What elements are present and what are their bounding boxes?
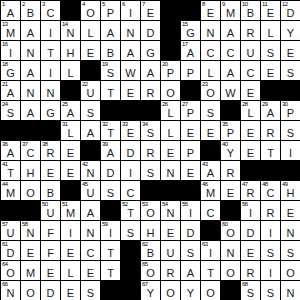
cell-r6c13[interactable]: 28L — [241, 101, 261, 121]
cell-r11c13[interactable]: 56I — [241, 201, 261, 221]
cell-r3c3[interactable]: T — [41, 41, 61, 61]
cell-r3c2[interactable]: N — [21, 41, 41, 61]
cell-letter: S — [287, 127, 294, 139]
cell-r14c3[interactable]: E — [41, 261, 61, 281]
cell-r13c10[interactable]: S — [181, 241, 201, 261]
cell-letter: R — [47, 147, 55, 159]
cell-letter: D — [107, 167, 115, 179]
black-cell-r1c10 — [181, 1, 201, 21]
cell-letter: B — [47, 187, 54, 199]
clue-number: 63 — [202, 241, 208, 248]
cell-r13c6[interactable]: T — [101, 241, 121, 261]
cell-r3c12[interactable]: C — [221, 41, 241, 61]
clue-number: 12 — [282, 1, 288, 8]
cell-letter: S — [287, 247, 294, 259]
cell-letter: C — [207, 47, 215, 59]
cell-r2c2[interactable]: A — [21, 21, 41, 41]
cell-r4c9[interactable]: 20P — [161, 61, 181, 81]
cell-r15c5[interactable]: S — [81, 281, 101, 300]
cell-letter: S — [7, 107, 14, 119]
black-cell-r10c9 — [161, 181, 181, 201]
cell-r5c8[interactable]: R — [141, 81, 161, 101]
cell-r11c15[interactable]: E — [281, 201, 300, 221]
cell-letter: P — [227, 127, 234, 139]
cell-r7c15[interactable]: S — [281, 121, 300, 141]
cell-letter: H — [67, 47, 75, 59]
clue-number: 27 — [182, 101, 188, 108]
cell-r5c7[interactable]: E — [121, 81, 141, 101]
cell-r15c13[interactable]: 68S — [241, 281, 261, 300]
clue-number: 8 — [202, 1, 205, 8]
cell-r15c10[interactable]: Y — [181, 281, 201, 300]
cell-letter: E — [247, 127, 254, 139]
cell-r1c6[interactable]: 5P — [101, 1, 121, 21]
cell-r13c9[interactable]: U — [161, 241, 181, 261]
clue-number: 32 — [102, 121, 108, 128]
cell-r9c9[interactable]: N — [161, 161, 181, 181]
cell-r7c8[interactable]: 34S — [141, 121, 161, 141]
black-cell-r11c6 — [101, 201, 121, 221]
cell-letter: E — [27, 247, 34, 259]
black-cell-r9c13 — [241, 161, 261, 181]
cell-r9c7[interactable]: I — [121, 161, 141, 181]
black-cell-r8c5 — [81, 141, 101, 161]
cell-r13c1[interactable]: 61D — [1, 241, 21, 261]
cell-letter: T — [107, 87, 114, 99]
cell-r4c8[interactable]: A — [141, 61, 161, 81]
cell-r15c15[interactable]: N — [281, 281, 300, 300]
cell-letter: D — [187, 227, 195, 239]
cell-letter: E — [87, 47, 94, 59]
cell-r6c14[interactable]: 29A — [261, 101, 281, 121]
clue-number: 13 — [2, 21, 8, 28]
cell-r3c4[interactable]: H — [61, 41, 81, 61]
cell-r3c13[interactable]: U — [241, 41, 261, 61]
cell-r11c11[interactable]: C — [201, 201, 221, 221]
black-cell-r15c12 — [221, 281, 241, 300]
cell-r11c10[interactable]: 55I — [181, 201, 201, 221]
cell-r8c15[interactable]: I — [281, 141, 300, 161]
cell-letter: E — [207, 127, 214, 139]
cell-r7c6[interactable]: 32T — [101, 121, 121, 141]
cell-letter: A — [87, 127, 94, 139]
cell-r2c14[interactable]: L — [261, 21, 281, 41]
cell-r5c6[interactable]: T — [101, 81, 121, 101]
cell-r2c3[interactable]: I — [41, 21, 61, 41]
cell-r1c13[interactable]: 10B — [241, 1, 261, 21]
cell-letter: U — [87, 187, 95, 199]
cell-r15c9[interactable]: O — [161, 281, 181, 300]
cell-r7c7[interactable]: 33E — [121, 121, 141, 141]
cell-r1c12[interactable]: 9M — [221, 1, 241, 21]
cell-letter: B — [147, 247, 154, 259]
cell-r14c15[interactable]: O — [281, 261, 300, 281]
cell-r2c4[interactable]: 14N — [61, 21, 81, 41]
clue-number: 2 — [22, 1, 25, 8]
cell-r13c15[interactable]: S — [281, 241, 300, 261]
cell-r8c14[interactable]: T — [261, 141, 281, 161]
cell-r2c7[interactable]: N — [121, 21, 141, 41]
cell-r8c8[interactable]: R — [141, 141, 161, 161]
cell-r10c15[interactable]: 49H — [281, 181, 300, 201]
clue-number: 54 — [162, 201, 168, 208]
cell-r12c9[interactable]: E — [161, 221, 181, 241]
black-cell-r12c11 — [201, 221, 221, 241]
cell-r13c2[interactable]: E — [21, 241, 41, 261]
cell-r8c6[interactable]: 39A — [101, 141, 121, 161]
cell-r3c10[interactable]: 17A — [181, 41, 201, 61]
cell-r11c4[interactable]: 51M — [61, 201, 81, 221]
cell-r3c7[interactable]: A — [121, 41, 141, 61]
cell-letter: R — [227, 167, 235, 179]
cell-r14c8[interactable]: 65O — [141, 261, 161, 281]
cell-r7c12[interactable]: 35P — [221, 121, 241, 141]
cell-r5c12[interactable]: W — [221, 81, 241, 101]
cell-letter: I — [109, 227, 112, 239]
black-cell-r7c3 — [41, 121, 61, 141]
cell-r8c2[interactable]: 37C — [21, 141, 41, 161]
black-cell-r9c15 — [281, 161, 300, 181]
cell-r5c1[interactable]: 21A — [1, 81, 21, 101]
cell-letter: Y — [227, 147, 234, 159]
cell-r10c3[interactable]: B — [41, 181, 61, 201]
cell-letter: L — [207, 67, 213, 79]
cell-r15c2[interactable]: O — [21, 281, 41, 300]
cell-r12c2[interactable]: 58N — [21, 221, 41, 241]
cell-r12c4[interactable]: I — [61, 221, 81, 241]
clue-number: 20 — [162, 61, 168, 68]
clue-number: 52 — [122, 201, 128, 208]
cell-r4c3[interactable]: I — [41, 61, 61, 81]
cell-r11c8[interactable]: 53O — [141, 201, 161, 221]
cell-r4c1[interactable]: 18G — [1, 61, 21, 81]
clue-number: 31 — [62, 121, 68, 128]
cell-r15c3[interactable]: D — [41, 281, 61, 300]
cell-letter: E — [247, 147, 254, 159]
clue-number: 24 — [2, 101, 8, 108]
cell-r4c2[interactable]: A — [21, 61, 41, 81]
clue-number: 62 — [142, 241, 148, 248]
cell-r11c7[interactable]: 52T — [121, 201, 141, 221]
cell-letter: P — [167, 67, 174, 79]
clue-number: 44 — [2, 181, 8, 188]
cell-r1c3[interactable]: 3C — [41, 1, 61, 21]
cell-r5c3[interactable]: N — [41, 81, 61, 101]
black-cell-r2c9 — [161, 21, 181, 41]
cell-r9c2[interactable]: H — [21, 161, 41, 181]
cell-r5c9[interactable]: O — [161, 81, 181, 101]
cell-r6c1[interactable]: 24S — [1, 101, 21, 121]
black-cell-r6c12 — [221, 101, 241, 121]
cell-r5c5[interactable]: 22U — [81, 81, 101, 101]
cell-r7c13[interactable]: E — [241, 121, 261, 141]
black-cell-r5c10 — [181, 81, 201, 101]
clue-number: 4 — [82, 1, 85, 8]
cell-letter: E — [127, 87, 134, 99]
cell-r4c4[interactable]: L — [61, 61, 81, 81]
cell-r14c14[interactable]: I — [261, 261, 281, 281]
cell-letter: L — [267, 27, 273, 39]
cell-letter: E — [87, 267, 94, 279]
cell-r14c1[interactable]: 64O — [1, 261, 21, 281]
cell-r8c4[interactable]: E — [61, 141, 81, 161]
clue-number: 50 — [42, 201, 48, 208]
cell-r10c2[interactable]: O — [21, 181, 41, 201]
cell-letter: G — [6, 67, 15, 79]
cell-r2c12[interactable]: A — [221, 21, 241, 41]
cell-r12c12[interactable]: 60O — [221, 221, 241, 241]
cell-letter: C — [27, 147, 35, 159]
cell-r11c14[interactable]: R — [261, 201, 281, 221]
cell-r10c13[interactable]: 47R — [241, 181, 261, 201]
cell-r9c10[interactable]: E — [181, 161, 201, 181]
cell-r15c4[interactable]: E — [61, 281, 81, 300]
cell-r8c9[interactable]: E — [161, 141, 181, 161]
cell-r13c11[interactable]: 63I — [201, 241, 221, 261]
black-cell-r1c4 — [61, 1, 81, 21]
cell-r10c12[interactable]: E — [221, 181, 241, 201]
cell-letter: O — [286, 267, 295, 279]
cell-r7c5[interactable]: A — [81, 121, 101, 141]
clue-number: 9 — [222, 1, 225, 8]
cell-r11c9[interactable]: 54N — [161, 201, 181, 221]
clue-number: 25 — [62, 101, 68, 108]
cell-r1c2[interactable]: 2B — [21, 1, 41, 21]
cell-r14c4[interactable]: L — [61, 261, 81, 281]
black-cell-r11c1 — [1, 201, 21, 221]
cell-letter: E — [67, 247, 74, 259]
black-cell-r14c7 — [121, 261, 141, 281]
cell-r7c4[interactable]: 31L — [61, 121, 81, 141]
cell-r5c2[interactable]: N — [21, 81, 41, 101]
clue-number: 46 — [202, 181, 208, 188]
cell-r3c14[interactable]: S — [261, 41, 281, 61]
cell-r13c13[interactable]: E — [241, 241, 261, 261]
cell-r12c7[interactable]: S — [121, 221, 141, 241]
cell-letter: L — [167, 127, 173, 139]
cell-letter: H — [287, 187, 295, 199]
cell-r12c8[interactable]: H — [141, 221, 161, 241]
cell-r4c14[interactable]: E — [261, 61, 281, 81]
cell-r2c6[interactable]: A — [101, 21, 121, 41]
cell-r3c8[interactable]: G — [141, 41, 161, 61]
cell-letter: R — [147, 147, 155, 159]
cell-r4c10[interactable]: P — [181, 61, 201, 81]
cell-r9c12[interactable]: R — [221, 161, 241, 181]
cell-letter: U — [87, 87, 95, 99]
cell-r15c8[interactable]: 67Y — [141, 281, 161, 300]
cell-r1c14[interactable]: 11E — [261, 1, 281, 21]
cell-letter: C — [227, 47, 235, 59]
clue-number: 53 — [142, 201, 148, 208]
cell-r3c15[interactable]: E — [281, 41, 300, 61]
cell-r2c8[interactable]: D — [141, 21, 161, 41]
cell-r13c5[interactable]: C — [81, 241, 101, 261]
cell-r12c10[interactable]: D — [181, 221, 201, 241]
cell-r1c1[interactable]: 1A — [1, 1, 21, 21]
black-cell-r13c7 — [121, 241, 141, 261]
cell-r8c10[interactable]: P — [181, 141, 201, 161]
cell-letter: M — [226, 7, 235, 19]
cell-letter: R — [267, 207, 275, 219]
cell-r9c1[interactable]: 41T — [1, 161, 21, 181]
cell-r4c12[interactable]: A — [221, 61, 241, 81]
cell-r3c11[interactable]: C — [201, 41, 221, 61]
cell-r6c11[interactable]: S — [201, 101, 221, 121]
cell-letter: R — [267, 127, 275, 139]
cell-r1c15[interactable]: 12D — [281, 1, 300, 21]
cell-r8c3[interactable]: 38R — [41, 141, 61, 161]
cell-r12c3[interactable]: F — [41, 221, 61, 241]
cell-r15c11[interactable]: O — [201, 281, 221, 300]
cell-r6c9[interactable]: 26L — [161, 101, 181, 121]
cell-r2c15[interactable]: Y — [281, 21, 300, 41]
cell-letter: B — [107, 47, 114, 59]
cell-r9c8[interactable]: S — [141, 161, 161, 181]
clue-number: 45 — [82, 181, 88, 188]
cell-r12c13[interactable]: D — [241, 221, 261, 241]
cell-letter: O — [146, 267, 155, 279]
cell-r3c5[interactable]: E — [81, 41, 101, 61]
cell-r9c5[interactable]: 42N — [81, 161, 101, 181]
cell-r10c1[interactable]: 44M — [1, 181, 21, 201]
clue-number: 65 — [142, 261, 148, 268]
cell-r1c11[interactable]: 8E — [201, 1, 221, 21]
cell-letter: A — [207, 167, 214, 179]
cell-r3c1[interactable]: 16I — [1, 41, 21, 61]
cell-r12c5[interactable]: N — [81, 221, 101, 241]
cell-r6c15[interactable]: 30P — [281, 101, 300, 121]
cell-letter: E — [67, 287, 74, 299]
cell-r5c11[interactable]: 23O — [201, 81, 221, 101]
cell-letter: I — [49, 27, 52, 39]
cell-r10c11[interactable]: 46M — [201, 181, 221, 201]
cell-r10c6[interactable]: S — [101, 181, 121, 201]
cell-r4c15[interactable]: S — [281, 61, 300, 81]
cell-r2c1[interactable]: 13M — [1, 21, 21, 41]
cell-letter: O — [206, 87, 215, 99]
cell-r14c9[interactable]: R — [161, 261, 181, 281]
cell-r3c6[interactable]: B — [101, 41, 121, 61]
cell-r8c13[interactable]: E — [241, 141, 261, 161]
cell-letter: O — [206, 287, 215, 299]
cell-r9c4[interactable]: E — [61, 161, 81, 181]
cell-r14c6[interactable]: T — [101, 261, 121, 281]
cell-r13c14[interactable]: S — [261, 241, 281, 261]
cell-r11c3[interactable]: 50U — [41, 201, 61, 221]
cell-r6c3[interactable]: G — [41, 101, 61, 121]
cell-r8c7[interactable]: D — [121, 141, 141, 161]
cell-r2c13[interactable]: R — [241, 21, 261, 41]
cell-r13c3[interactable]: F — [41, 241, 61, 261]
cell-r9c3[interactable]: E — [41, 161, 61, 181]
cell-letter: D — [147, 27, 155, 39]
cell-r8c12[interactable]: 40Y — [221, 141, 241, 161]
cell-letter: O — [166, 87, 175, 99]
cell-r4c6[interactable]: 19S — [101, 61, 121, 81]
cell-r4c13[interactable]: C — [241, 61, 261, 81]
cell-r12c6[interactable]: 59I — [101, 221, 121, 241]
cell-r1c5[interactable]: 4O — [81, 1, 101, 21]
clue-number: 18 — [2, 61, 8, 68]
cell-r1c7[interactable]: 6I — [121, 1, 141, 21]
cell-letter: I — [249, 207, 252, 219]
cell-r11c5[interactable]: A — [81, 201, 101, 221]
cell-r14c13[interactable]: R — [241, 261, 261, 281]
cell-r14c10[interactable]: A — [181, 261, 201, 281]
cell-r12c15[interactable]: N — [281, 221, 300, 241]
cell-r9c11[interactable]: 43A — [201, 161, 221, 181]
cell-letter: I — [129, 167, 132, 179]
cell-r2c11[interactable]: N — [201, 21, 221, 41]
cell-r8c1[interactable]: 36A — [1, 141, 21, 161]
cell-r7c11[interactable]: E — [201, 121, 221, 141]
cell-letter: T — [127, 207, 134, 219]
cell-r10c14[interactable]: 48C — [261, 181, 281, 201]
black-cell-r11c2 — [21, 201, 41, 221]
cell-r6c4[interactable]: 25A — [61, 101, 81, 121]
clue-number: 64 — [2, 261, 8, 268]
cell-r7c9[interactable]: L — [161, 121, 181, 141]
cell-letter: E — [287, 47, 294, 59]
cell-r15c1[interactable]: 66N — [1, 281, 21, 300]
cell-letter: T — [267, 147, 274, 159]
cell-r2c5[interactable]: L — [81, 21, 101, 41]
cell-r1c8[interactable]: 7E — [141, 1, 161, 21]
cell-r7c10[interactable]: E — [181, 121, 201, 141]
cell-r7c14[interactable]: R — [261, 121, 281, 141]
cell-r14c5[interactable]: E — [81, 261, 101, 281]
black-cell-r10c10 — [181, 181, 201, 201]
cell-letter: I — [9, 47, 12, 59]
cell-letter: G — [186, 27, 195, 39]
cell-r6c2[interactable]: A — [21, 101, 41, 121]
cell-r14c2[interactable]: M — [21, 261, 41, 281]
cell-letter: O — [6, 267, 15, 279]
cell-r14c12[interactable]: O — [221, 261, 241, 281]
clue-number: 1 — [2, 1, 5, 8]
cell-r15c14[interactable]: S — [261, 281, 281, 300]
cell-r12c1[interactable]: 57U — [1, 221, 21, 241]
cell-letter: A — [27, 27, 34, 39]
black-cell-r7c1 — [1, 121, 21, 141]
cell-r12c14[interactable]: I — [261, 221, 281, 241]
cell-r6c5[interactable]: S — [81, 101, 101, 121]
cell-letter: Y — [287, 27, 294, 39]
clue-number: 11 — [262, 1, 267, 8]
cell-r5c13[interactable]: E — [241, 81, 261, 101]
cell-letter: S — [147, 127, 154, 139]
cell-r14c11[interactable]: T — [201, 261, 221, 281]
cell-r6c10[interactable]: 27P — [181, 101, 201, 121]
cell-letter: E — [47, 267, 54, 279]
cell-r10c5[interactable]: 45U — [81, 181, 101, 201]
cell-r2c10[interactable]: 15G — [181, 21, 201, 41]
cell-r4c7[interactable]: W — [121, 61, 141, 81]
cell-r9c6[interactable]: D — [101, 161, 121, 181]
cell-r13c8[interactable]: 62B — [141, 241, 161, 261]
cell-r13c4[interactable]: E — [61, 241, 81, 261]
cell-letter: A — [27, 107, 34, 119]
cell-r4c11[interactable]: L — [201, 61, 221, 81]
cell-letter: S — [127, 227, 134, 239]
cell-r13c12[interactable]: N — [221, 241, 241, 261]
cell-r10c7[interactable]: C — [121, 181, 141, 201]
cell-letter: I — [269, 227, 272, 239]
black-cell-r11c12 — [221, 201, 241, 221]
cell-letter: G — [146, 47, 155, 59]
cell-letter: N — [167, 207, 175, 219]
